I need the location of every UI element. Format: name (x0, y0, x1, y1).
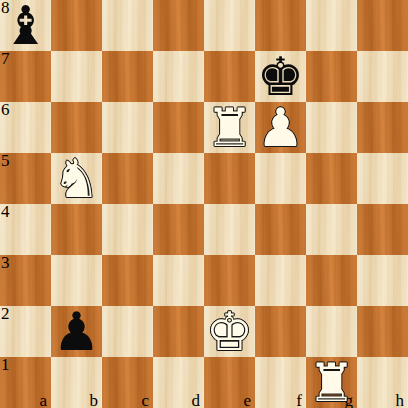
square-c3[interactable] (102, 255, 153, 306)
square-g1[interactable]: g♜ (306, 357, 357, 408)
square-a1[interactable]: 1a (0, 357, 51, 408)
square-e6[interactable]: ♜ (204, 102, 255, 153)
square-h6[interactable] (357, 102, 408, 153)
square-b8[interactable] (51, 0, 102, 51)
piece-white-knight: ♞ (53, 153, 101, 204)
square-a8[interactable]: 8♝ (0, 0, 51, 51)
square-a2[interactable]: 2 (0, 306, 51, 357)
square-c4[interactable] (102, 204, 153, 255)
square-c8[interactable] (102, 0, 153, 51)
square-e8[interactable] (204, 0, 255, 51)
file-label-b: b (90, 391, 99, 408)
square-d2[interactable] (153, 306, 204, 357)
square-d3[interactable] (153, 255, 204, 306)
square-g5[interactable] (306, 153, 357, 204)
square-b1[interactable]: b (51, 357, 102, 408)
piece-white-rook: ♜ (308, 357, 356, 408)
square-a3[interactable]: 3 (0, 255, 51, 306)
square-e1[interactable]: e (204, 357, 255, 408)
file-label-c: c (141, 391, 149, 408)
file-label-e: e (243, 391, 251, 408)
square-b6[interactable] (51, 102, 102, 153)
square-g4[interactable] (306, 204, 357, 255)
square-g3[interactable] (306, 255, 357, 306)
piece-black-pawn: ♟ (53, 306, 101, 357)
square-d4[interactable] (153, 204, 204, 255)
square-c6[interactable] (102, 102, 153, 153)
file-label-d: d (192, 391, 201, 408)
square-c7[interactable] (102, 51, 153, 102)
square-b5[interactable]: ♞ (51, 153, 102, 204)
square-d1[interactable]: d (153, 357, 204, 408)
square-d7[interactable] (153, 51, 204, 102)
square-f5[interactable] (255, 153, 306, 204)
square-f7[interactable]: ♚ (255, 51, 306, 102)
square-f6[interactable]: ♟ (255, 102, 306, 153)
square-c2[interactable] (102, 306, 153, 357)
square-c5[interactable] (102, 153, 153, 204)
square-a6[interactable]: 6 (0, 102, 51, 153)
square-a5[interactable]: 5 (0, 153, 51, 204)
square-d6[interactable] (153, 102, 204, 153)
square-f3[interactable] (255, 255, 306, 306)
rank-label-3: 3 (1, 253, 10, 273)
square-g6[interactable] (306, 102, 357, 153)
file-label-h: h (396, 391, 405, 408)
piece-white-rook: ♜ (206, 102, 254, 153)
square-b2[interactable]: ♟ (51, 306, 102, 357)
square-e3[interactable] (204, 255, 255, 306)
square-h4[interactable] (357, 204, 408, 255)
file-label-a: a (39, 391, 47, 408)
rank-label-1: 1 (1, 355, 10, 375)
square-b3[interactable] (51, 255, 102, 306)
square-d8[interactable] (153, 0, 204, 51)
square-d5[interactable] (153, 153, 204, 204)
rank-label-5: 5 (1, 151, 10, 171)
rank-label-2: 2 (1, 304, 10, 324)
rank-label-6: 6 (1, 100, 10, 120)
square-b7[interactable] (51, 51, 102, 102)
file-label-f: f (296, 391, 302, 408)
square-g2[interactable] (306, 306, 357, 357)
square-e7[interactable] (204, 51, 255, 102)
square-h2[interactable] (357, 306, 408, 357)
square-c1[interactable]: c (102, 357, 153, 408)
piece-black-king: ♚ (257, 51, 305, 102)
square-f4[interactable] (255, 204, 306, 255)
square-a4[interactable]: 4 (0, 204, 51, 255)
square-g8[interactable] (306, 0, 357, 51)
square-a7[interactable]: 7 (0, 51, 51, 102)
square-b4[interactable] (51, 204, 102, 255)
piece-white-king: ♚ (206, 306, 254, 357)
square-h8[interactable] (357, 0, 408, 51)
square-e5[interactable] (204, 153, 255, 204)
square-h3[interactable] (357, 255, 408, 306)
square-h5[interactable] (357, 153, 408, 204)
square-g7[interactable] (306, 51, 357, 102)
square-e2[interactable]: ♚ (204, 306, 255, 357)
square-e4[interactable] (204, 204, 255, 255)
square-f2[interactable] (255, 306, 306, 357)
square-f8[interactable] (255, 0, 306, 51)
piece-white-pawn: ♟ (257, 102, 305, 153)
rank-label-4: 4 (1, 202, 10, 222)
square-h7[interactable] (357, 51, 408, 102)
piece-black-bishop: ♝ (2, 0, 50, 51)
square-f1[interactable]: f (255, 357, 306, 408)
square-h1[interactable]: h (357, 357, 408, 408)
chess-board: 8♝7♚6♜♟5♞432♟♚1abcdefg♜h (0, 0, 408, 408)
